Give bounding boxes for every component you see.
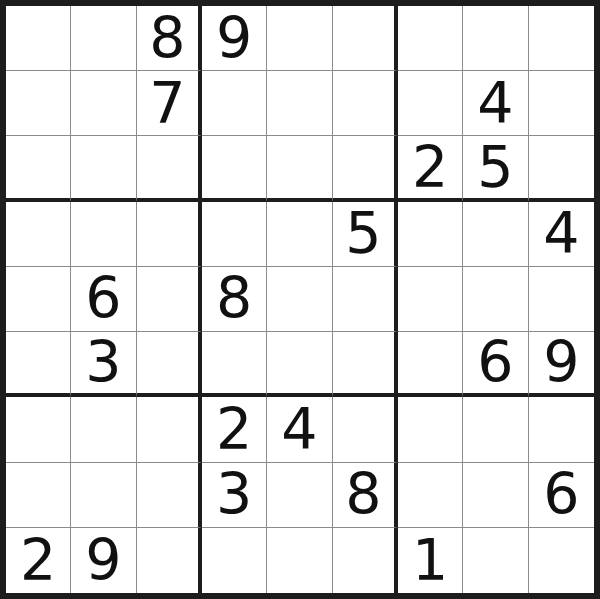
cell-r9c3[interactable] [137, 528, 202, 593]
cell-r8c3[interactable] [137, 463, 202, 528]
cell-r5c2: 6 [71, 267, 136, 332]
cell-r3c7: 2 [398, 136, 463, 201]
cell-r3c1[interactable] [6, 136, 71, 201]
cell-r3c3[interactable] [137, 136, 202, 201]
cell-r5c9[interactable] [529, 267, 594, 332]
cell-r4c7[interactable] [398, 202, 463, 267]
cell-r5c3[interactable] [137, 267, 202, 332]
cell-r9c8[interactable] [463, 528, 528, 593]
cell-r5c8[interactable] [463, 267, 528, 332]
cell-r8c8[interactable] [463, 463, 528, 528]
cell-r1c3: 8 [137, 6, 202, 71]
cell-r1c9[interactable] [529, 6, 594, 71]
cell-r5c5[interactable] [267, 267, 332, 332]
cell-r8c7[interactable] [398, 463, 463, 528]
cell-r2c9[interactable] [529, 71, 594, 136]
cell-r6c4[interactable] [202, 332, 267, 397]
cell-r9c1: 2 [6, 528, 71, 593]
cell-r3c9[interactable] [529, 136, 594, 201]
cell-r8c6: 8 [333, 463, 398, 528]
cell-r5c6[interactable] [333, 267, 398, 332]
cell-r2c5[interactable] [267, 71, 332, 136]
cell-r3c8: 5 [463, 136, 528, 201]
cell-r8c1[interactable] [6, 463, 71, 528]
cell-r3c2[interactable] [71, 136, 136, 201]
cell-r1c6[interactable] [333, 6, 398, 71]
cell-r4c3[interactable] [137, 202, 202, 267]
cell-r8c4: 3 [202, 463, 267, 528]
cell-r6c9: 9 [529, 332, 594, 397]
cell-r2c2[interactable] [71, 71, 136, 136]
cell-r6c7[interactable] [398, 332, 463, 397]
cell-r4c9: 4 [529, 202, 594, 267]
cell-r9c4[interactable] [202, 528, 267, 593]
cell-r8c5[interactable] [267, 463, 332, 528]
cell-r1c1[interactable] [6, 6, 71, 71]
cell-r7c9[interactable] [529, 397, 594, 462]
cell-r9c5[interactable] [267, 528, 332, 593]
cell-r4c5[interactable] [267, 202, 332, 267]
cell-r4c2[interactable] [71, 202, 136, 267]
cell-r7c4: 2 [202, 397, 267, 462]
cell-r3c6[interactable] [333, 136, 398, 201]
cell-r1c2[interactable] [71, 6, 136, 71]
cell-r9c7: 1 [398, 528, 463, 593]
cell-r4c1[interactable] [6, 202, 71, 267]
cell-r9c9[interactable] [529, 528, 594, 593]
cell-r7c6[interactable] [333, 397, 398, 462]
cell-r3c5[interactable] [267, 136, 332, 201]
cell-r2c3: 7 [137, 71, 202, 136]
cell-r6c3[interactable] [137, 332, 202, 397]
cell-r2c4[interactable] [202, 71, 267, 136]
cell-r7c2[interactable] [71, 397, 136, 462]
cell-r5c4: 8 [202, 267, 267, 332]
cell-r4c6: 5 [333, 202, 398, 267]
cell-r4c4[interactable] [202, 202, 267, 267]
cell-r2c8: 4 [463, 71, 528, 136]
cell-r3c4[interactable] [202, 136, 267, 201]
cell-r8c2[interactable] [71, 463, 136, 528]
cell-r6c6[interactable] [333, 332, 398, 397]
cell-r8c9: 6 [529, 463, 594, 528]
cell-r1c4: 9 [202, 6, 267, 71]
cell-r1c8[interactable] [463, 6, 528, 71]
cell-r7c5: 4 [267, 397, 332, 462]
cell-r6c1[interactable] [6, 332, 71, 397]
cell-r9c2: 9 [71, 528, 136, 593]
cell-r1c5[interactable] [267, 6, 332, 71]
sudoku-board: 897425546836924386291 [0, 0, 600, 599]
cell-r1c7[interactable] [398, 6, 463, 71]
cell-r6c2: 3 [71, 332, 136, 397]
cell-r9c6[interactable] [333, 528, 398, 593]
cell-r2c7[interactable] [398, 71, 463, 136]
cell-r7c3[interactable] [137, 397, 202, 462]
cell-r6c8: 6 [463, 332, 528, 397]
cell-r7c7[interactable] [398, 397, 463, 462]
cell-r2c1[interactable] [6, 71, 71, 136]
cell-r4c8[interactable] [463, 202, 528, 267]
cell-r2c6[interactable] [333, 71, 398, 136]
cell-r7c8[interactable] [463, 397, 528, 462]
cell-r6c5[interactable] [267, 332, 332, 397]
cell-r5c1[interactable] [6, 267, 71, 332]
cell-r7c1[interactable] [6, 397, 71, 462]
cell-r5c7[interactable] [398, 267, 463, 332]
